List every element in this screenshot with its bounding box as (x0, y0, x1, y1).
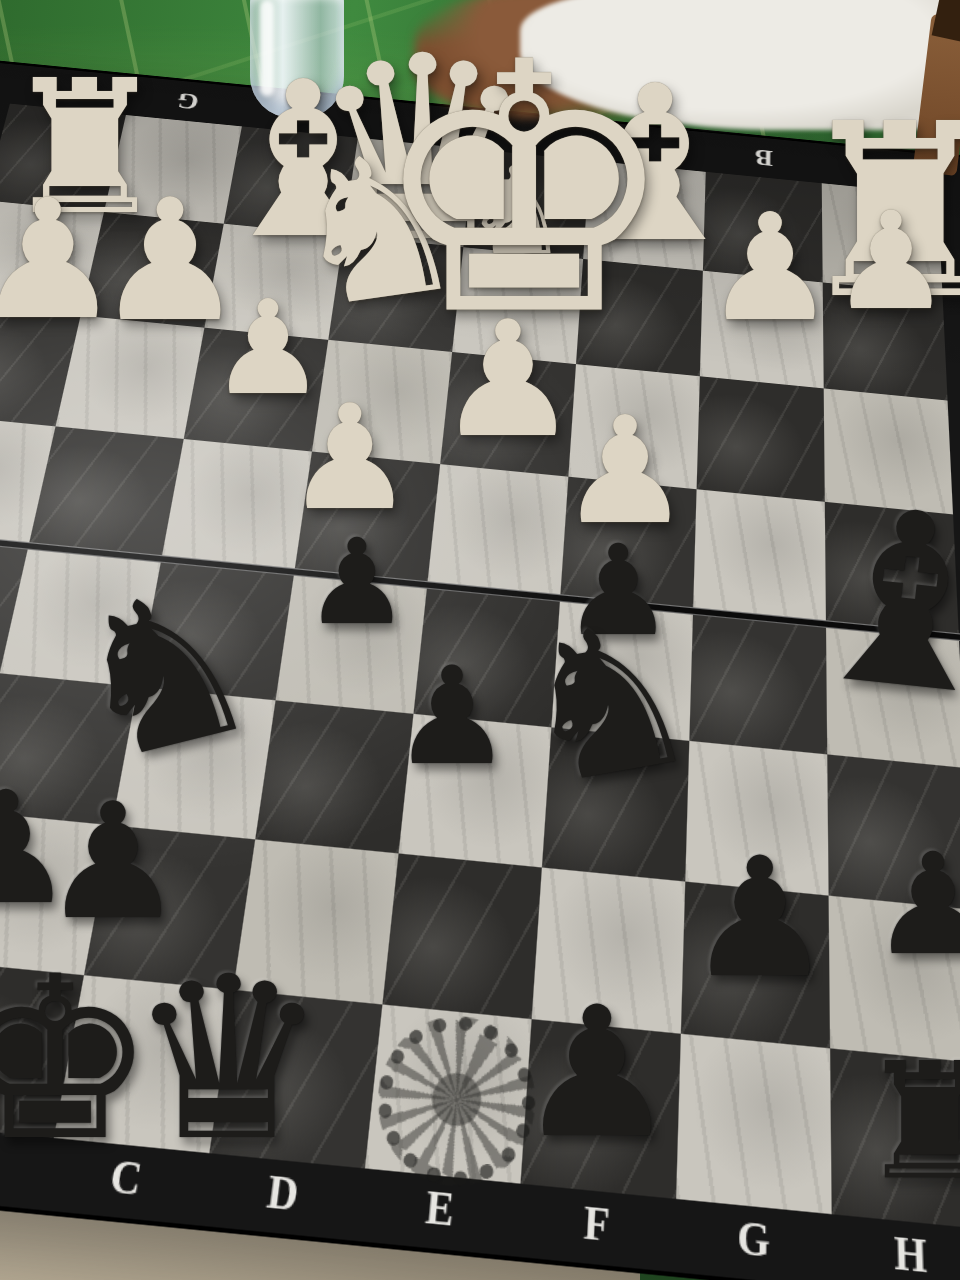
square-c6 (112, 687, 276, 840)
square-g1 (703, 172, 823, 283)
square-b1 (104, 115, 242, 224)
square-f7 (532, 867, 686, 1033)
square-e1 (463, 149, 589, 259)
square-g5 (689, 610, 827, 754)
square-c3 (184, 328, 329, 452)
square-h1 (822, 183, 943, 294)
file-label: C (43, 1144, 209, 1213)
square-f6 (542, 727, 689, 881)
square-e3 (440, 352, 576, 477)
square-d7 (233, 839, 398, 1004)
square-h5 (826, 624, 960, 768)
square-d3 (312, 340, 452, 464)
square-c5 (138, 558, 295, 700)
square-d6 (255, 700, 413, 853)
square-h8 (830, 1048, 960, 1229)
chess-board: CDEFGHGB1 (0, 60, 960, 1280)
square-g7 (681, 882, 830, 1049)
square-f2 (576, 259, 703, 376)
square-h7 (829, 896, 960, 1063)
square-h4 (825, 502, 959, 637)
square-e2 (452, 247, 583, 364)
square-e5 (413, 584, 560, 727)
square-e4 (427, 464, 568, 597)
square-f4 (560, 477, 696, 611)
file-label: B (706, 139, 822, 176)
square-b3 (56, 316, 205, 439)
square-b5 (0, 545, 162, 686)
square-b2 (81, 212, 224, 328)
chess-photo-scene: CDEFGHGB1 ♜♟♟♝♞♛♞♚♝♟♟♜♟♟♟♟♟♟♝♟♞♞♟♟♟♟♚♛♟♜ (0, 0, 960, 1280)
square-f1 (583, 160, 706, 270)
board-perspective-wrap: CDEFGHGB1 (0, 0, 960, 1280)
square-h6 (827, 754, 960, 909)
square-e7 (382, 853, 541, 1019)
square-e6 (399, 714, 552, 868)
square-d5 (276, 571, 428, 713)
file-label: G (128, 83, 248, 119)
square-g6 (685, 741, 828, 896)
square-h2 (823, 282, 948, 400)
file-label: H (832, 1220, 960, 1280)
square-g2 (700, 271, 824, 389)
square-c8 (54, 975, 233, 1153)
square-d4 (294, 452, 440, 585)
square-f5 (551, 597, 693, 740)
square-c1 (224, 126, 358, 235)
square-b4 (29, 426, 184, 558)
file-label: F (516, 1190, 676, 1260)
square-f8 (520, 1019, 680, 1199)
square-c4 (162, 439, 312, 571)
square-f3 (568, 364, 699, 489)
square-g3 (697, 376, 825, 502)
square-d1 (344, 138, 474, 247)
square-h3 (824, 388, 953, 514)
square-d8 (209, 990, 382, 1169)
square-g4 (693, 489, 826, 623)
file-label: G (674, 1205, 832, 1275)
file-label: D (201, 1159, 365, 1229)
water-bottle (250, 0, 344, 118)
square-c7 (84, 825, 255, 990)
file-label: E (358, 1174, 520, 1244)
square-d2 (328, 235, 463, 352)
square-g8 (676, 1034, 832, 1214)
square-c2 (204, 224, 343, 340)
